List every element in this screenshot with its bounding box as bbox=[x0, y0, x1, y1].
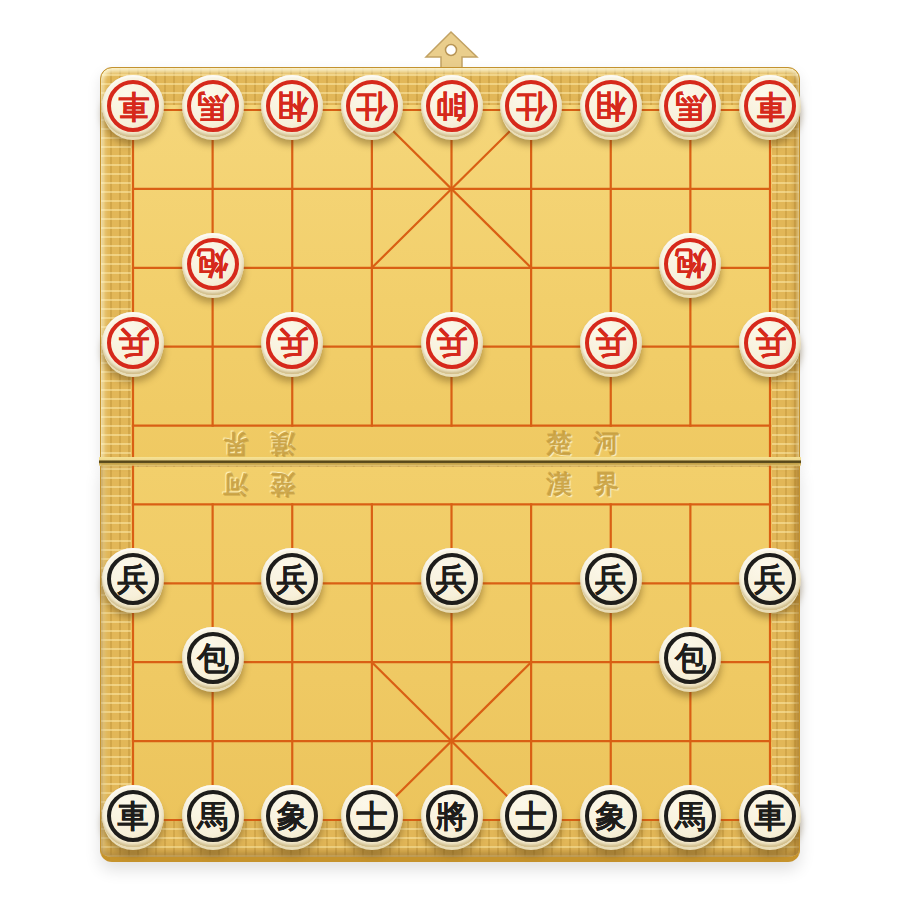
product-photo: 漢界 楚河 楚河 漢界 車馬相仕帥仕相馬車炮炮兵兵兵兵兵兵兵兵兵兵包包車馬象士將… bbox=[0, 0, 900, 900]
piece-black-soldier[interactable]: 兵 bbox=[261, 548, 323, 610]
piece-glyph: 包 bbox=[197, 643, 228, 674]
piece-red-soldier[interactable]: 兵 bbox=[102, 312, 164, 374]
piece-glyph: 象 bbox=[595, 801, 626, 832]
piece-black-soldier[interactable]: 兵 bbox=[102, 548, 164, 610]
piece-black-advisor[interactable]: 士 bbox=[500, 785, 562, 847]
piece-black-horse[interactable]: 馬 bbox=[182, 785, 244, 847]
piece-red-soldier[interactable]: 兵 bbox=[421, 312, 483, 374]
piece-red-general[interactable]: 帥 bbox=[421, 75, 483, 137]
piece-glyph: 仕 bbox=[356, 91, 387, 122]
piece-glyph: 相 bbox=[595, 91, 626, 122]
piece-black-advisor[interactable]: 士 bbox=[341, 785, 403, 847]
piece-glyph: 將 bbox=[436, 801, 467, 832]
piece-glyph: 帥 bbox=[436, 91, 467, 122]
piece-red-horse[interactable]: 馬 bbox=[659, 75, 721, 137]
piece-glyph: 仕 bbox=[516, 91, 547, 122]
piece-glyph: 馬 bbox=[197, 91, 228, 122]
piece-black-elephant[interactable]: 象 bbox=[580, 785, 642, 847]
piece-glyph: 兵 bbox=[118, 327, 149, 358]
piece-glyph: 士 bbox=[356, 801, 387, 832]
piece-glyph: 炮 bbox=[197, 248, 228, 279]
piece-black-cannon[interactable]: 包 bbox=[182, 627, 244, 689]
piece-glyph: 兵 bbox=[755, 327, 786, 358]
piece-glyph: 馬 bbox=[675, 91, 706, 122]
piece-glyph: 兵 bbox=[595, 564, 626, 595]
piece-black-soldier[interactable]: 兵 bbox=[421, 548, 483, 610]
piece-red-advisor[interactable]: 仕 bbox=[500, 75, 562, 137]
piece-glyph: 士 bbox=[516, 801, 547, 832]
piece-glyph: 兵 bbox=[755, 564, 786, 595]
piece-glyph: 包 bbox=[675, 643, 706, 674]
piece-glyph: 兵 bbox=[277, 327, 308, 358]
piece-red-soldier[interactable]: 兵 bbox=[580, 312, 642, 374]
piece-glyph: 車 bbox=[118, 801, 149, 832]
piece-glyph: 兵 bbox=[436, 327, 467, 358]
piece-glyph: 車 bbox=[755, 91, 786, 122]
piece-red-soldier[interactable]: 兵 bbox=[261, 312, 323, 374]
pieces-layer: 車馬相仕帥仕相馬車炮炮兵兵兵兵兵兵兵兵兵兵包包車馬象士將士象馬車 bbox=[0, 0, 900, 900]
piece-glyph: 兵 bbox=[277, 564, 308, 595]
piece-red-advisor[interactable]: 仕 bbox=[341, 75, 403, 137]
piece-black-soldier[interactable]: 兵 bbox=[739, 548, 801, 610]
piece-glyph: 象 bbox=[277, 801, 308, 832]
piece-black-general[interactable]: 將 bbox=[421, 785, 483, 847]
piece-black-horse[interactable]: 馬 bbox=[659, 785, 721, 847]
piece-red-cannon[interactable]: 炮 bbox=[182, 233, 244, 295]
piece-black-elephant[interactable]: 象 bbox=[261, 785, 323, 847]
piece-red-horse[interactable]: 馬 bbox=[182, 75, 244, 137]
piece-glyph: 炮 bbox=[675, 248, 706, 279]
piece-red-elephant[interactable]: 相 bbox=[261, 75, 323, 137]
piece-black-soldier[interactable]: 兵 bbox=[580, 548, 642, 610]
piece-glyph: 馬 bbox=[197, 801, 228, 832]
piece-black-cannon[interactable]: 包 bbox=[659, 627, 721, 689]
piece-glyph: 兵 bbox=[436, 564, 467, 595]
piece-black-chariot[interactable]: 車 bbox=[739, 785, 801, 847]
piece-glyph: 相 bbox=[277, 91, 308, 122]
piece-glyph: 兵 bbox=[595, 327, 626, 358]
piece-glyph: 兵 bbox=[118, 564, 149, 595]
piece-glyph: 車 bbox=[118, 91, 149, 122]
piece-black-chariot[interactable]: 車 bbox=[102, 785, 164, 847]
piece-red-chariot[interactable]: 車 bbox=[102, 75, 164, 137]
piece-red-chariot[interactable]: 車 bbox=[739, 75, 801, 137]
piece-glyph: 馬 bbox=[675, 801, 706, 832]
piece-glyph: 車 bbox=[755, 801, 786, 832]
piece-red-cannon[interactable]: 炮 bbox=[659, 233, 721, 295]
piece-red-elephant[interactable]: 相 bbox=[580, 75, 642, 137]
piece-red-soldier[interactable]: 兵 bbox=[739, 312, 801, 374]
